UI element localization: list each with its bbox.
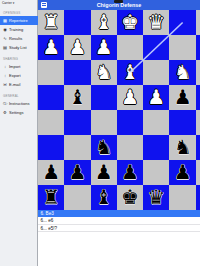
square-b1[interactable]	[196, 10, 200, 35]
sidebar-item-label: Import	[9, 64, 20, 69]
square-b6[interactable]	[196, 135, 200, 160]
square-c2[interactable]	[169, 35, 195, 60]
chart-icon: ∿	[3, 36, 8, 41]
square-d7[interactable]	[143, 160, 169, 185]
sidebar-item-repertoire[interactable]: ▦Repertoire	[0, 16, 38, 25]
square-b2[interactable]: ♟	[196, 35, 200, 60]
black-king-e8: ♚	[117, 185, 143, 210]
black-pawn-b7: ♟	[196, 160, 200, 185]
sidebar-item-label: Settings	[9, 110, 23, 115]
white-pawn-h2: ♟	[38, 35, 64, 60]
square-d3[interactable]	[143, 60, 169, 85]
black-pawn-f7: ♟	[91, 160, 117, 185]
white-pawn-e4: ♟	[117, 85, 143, 110]
square-b8[interactable]	[196, 185, 200, 210]
move-row[interactable]: 6... e6	[38, 217, 200, 224]
black-pawn-c4: ♟	[169, 85, 195, 110]
square-h5[interactable]	[38, 110, 64, 135]
square-b4[interactable]	[196, 85, 200, 110]
square-d8[interactable]: ♛	[143, 185, 169, 210]
sidebar-item-label: Export	[9, 73, 21, 78]
square-h6[interactable]	[38, 135, 64, 160]
move-row-selected[interactable]: 6. Be3	[38, 210, 200, 217]
sidebar-item-label: E-mail	[9, 82, 20, 87]
black-rook-h8: ♜	[38, 185, 64, 210]
sidebar-item-study-list[interactable]: ▤Study List	[0, 43, 38, 52]
square-f5[interactable]	[91, 110, 117, 135]
black-knight-f6: ♞	[91, 135, 117, 160]
square-h4[interactable]	[38, 85, 64, 110]
sidebar-item-instructions[interactable]: ⓘInstructions	[0, 99, 38, 108]
square-d5[interactable]	[143, 110, 169, 135]
white-pawn-f2: ♟	[91, 35, 117, 60]
square-e5[interactable]	[117, 110, 143, 135]
white-bishop-f1: ♝	[91, 10, 117, 35]
square-f6[interactable]: ♞	[91, 135, 117, 160]
import-icon: ↓	[3, 64, 8, 69]
square-b3[interactable]	[196, 60, 200, 85]
white-knight-c3: ♞	[169, 60, 195, 85]
square-g2[interactable]: ♟	[64, 35, 90, 60]
white-pawn-b2: ♟	[196, 35, 200, 60]
square-g4[interactable]: ♝	[64, 85, 90, 110]
square-e3[interactable]: ♝	[117, 60, 143, 85]
square-d6[interactable]	[143, 135, 169, 160]
info-icon: ⓘ	[3, 101, 8, 106]
sidebar-item-label: Repertoire	[9, 18, 28, 23]
sidebar-section-header: OPENINGS	[3, 11, 20, 15]
sidebar-item-import[interactable]: ↓Import	[0, 62, 38, 71]
status-time-indicator	[114, 0, 123, 3]
sidebar-item-label: Instructions	[9, 101, 29, 106]
training-icon: ◉	[3, 27, 8, 32]
book-icon: ▤	[3, 45, 8, 50]
status-carrier: Carrier ▾	[2, 1, 14, 5]
sidebar-item-training[interactable]: ◉Training	[0, 25, 38, 34]
square-e2[interactable]	[117, 35, 143, 60]
square-f7[interactable]: ♟	[91, 160, 117, 185]
square-c1[interactable]	[169, 10, 195, 35]
square-h2[interactable]: ♟	[38, 35, 64, 60]
sidebar-section-header: GENERAL	[3, 94, 19, 98]
black-queen-d8: ♛	[143, 185, 169, 210]
chess-board: ♜♝♚♛♜♟♟♟♟♟♞♝♞♝♟♟♟♞♞♟♟♟♟♟♟♟♜♝♚♛♜	[38, 10, 200, 210]
mail-icon: ✉	[3, 82, 8, 87]
square-f1[interactable]: ♝	[91, 10, 117, 35]
black-pawn-c7: ♟	[169, 160, 195, 185]
square-e8[interactable]: ♚	[117, 185, 143, 210]
square-e4[interactable]: ♟	[117, 85, 143, 110]
board-icon: ▦	[3, 18, 8, 23]
square-b7[interactable]: ♟	[196, 160, 200, 185]
square-g8[interactable]	[64, 185, 90, 210]
sidebar: Carrier ▾ OPENINGS▦Repertoire◉Training∿R…	[0, 0, 38, 266]
square-g6[interactable]	[64, 135, 90, 160]
sidebar-item-label: Training	[9, 27, 23, 32]
sidebar-item-export[interactable]: ↑Export	[0, 71, 38, 80]
board-grid: ♜♝♚♛♜♟♟♟♟♟♞♝♞♝♟♟♟♞♞♟♟♟♟♟♟♟♜♝♚♛♜	[38, 10, 200, 210]
black-pawn-g7: ♟	[64, 160, 90, 185]
black-pawn-e7: ♟	[117, 160, 143, 185]
square-c4[interactable]: ♟	[169, 85, 195, 110]
sidebar-item-e-mail[interactable]: ✉E-mail	[0, 80, 38, 89]
sidebar-item-label: Results	[9, 36, 22, 41]
square-d1[interactable]: ♛	[143, 10, 169, 35]
white-king-e1: ♚	[117, 10, 143, 35]
sidebar-item-settings[interactable]: ⚙Settings	[0, 108, 38, 117]
white-pawn-d4: ♟	[143, 85, 169, 110]
square-e1[interactable]: ♚	[117, 10, 143, 35]
white-rook-h1: ♜	[38, 10, 64, 35]
square-c6[interactable]: ♞	[169, 135, 195, 160]
gear-icon: ⚙	[3, 110, 8, 115]
square-h8[interactable]: ♜	[38, 185, 64, 210]
sidebar-item-results[interactable]: ∿Results	[0, 34, 38, 43]
white-bishop-e3: ♝	[117, 60, 143, 85]
white-knight-f3: ♞	[91, 60, 117, 85]
white-pawn-g2: ♟	[64, 35, 90, 60]
app-screen: { "game": "chess", "position": { "fen": …	[0, 0, 200, 266]
square-f4[interactable]	[91, 85, 117, 110]
square-g7[interactable]: ♟	[64, 160, 90, 185]
square-g5[interactable]	[64, 110, 90, 135]
black-bishop-f8: ♝	[91, 185, 117, 210]
move-row[interactable]: 6... e5!?	[38, 225, 200, 232]
square-f8[interactable]: ♝	[91, 185, 117, 210]
square-f2[interactable]: ♟	[91, 35, 117, 60]
square-d2[interactable]	[143, 35, 169, 60]
black-knight-c6: ♞	[169, 135, 195, 160]
sidebar-section-header: SHARING	[3, 57, 18, 61]
white-queen-d1: ♛	[143, 10, 169, 35]
square-b5[interactable]	[196, 110, 200, 135]
black-pawn-h7: ♟	[38, 160, 64, 185]
square-h1[interactable]: ♜	[38, 10, 64, 35]
square-g3[interactable]	[64, 60, 90, 85]
square-e6[interactable]	[117, 135, 143, 160]
page-title: Chigorin Defense	[38, 2, 200, 8]
square-c5[interactable]	[169, 110, 195, 135]
move-list: 6. Be36... e66... e5!?	[38, 210, 200, 266]
export-icon: ↑	[3, 73, 8, 78]
header-bar: Chigorin Defense	[38, 0, 200, 10]
square-c3[interactable]: ♞	[169, 60, 195, 85]
square-f3[interactable]: ♞	[91, 60, 117, 85]
square-g1[interactable]	[64, 10, 90, 35]
square-e7[interactable]: ♟	[117, 160, 143, 185]
square-h3[interactable]	[38, 60, 64, 85]
square-h7[interactable]: ♟	[38, 160, 64, 185]
black-bishop-g4: ♝	[64, 85, 90, 110]
square-c8[interactable]	[169, 185, 195, 210]
square-d4[interactable]: ♟	[143, 85, 169, 110]
square-c7[interactable]: ♟	[169, 160, 195, 185]
sidebar-item-label: Study List	[9, 45, 27, 50]
